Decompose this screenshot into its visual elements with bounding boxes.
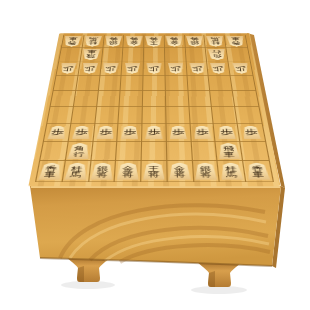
board-cell[interactable] xyxy=(212,107,238,124)
board-cell[interactable]: 金将 xyxy=(124,35,145,48)
piece-kanji: 歩 xyxy=(127,66,139,71)
board-cell[interactable]: 歩 xyxy=(44,124,71,142)
piece-kanji: 歩 xyxy=(172,129,185,135)
board-cell[interactable]: 歩 xyxy=(229,61,253,75)
piece-kanji: 銀将 xyxy=(190,37,200,45)
piece-pawn-sente[interactable]: 歩 xyxy=(145,125,162,139)
board-front-face xyxy=(30,186,281,266)
board-cell[interactable] xyxy=(233,91,258,107)
board-cell[interactable] xyxy=(189,107,214,124)
piece-bishop-sente[interactable]: 角行 xyxy=(67,143,90,159)
board-cell[interactable] xyxy=(76,76,100,91)
board-cell[interactable]: 銀将 xyxy=(193,161,221,182)
piece-kanji: 歩 xyxy=(196,129,209,135)
piece-kanji: 銀将 xyxy=(199,164,211,178)
piece-kanji: 歩 xyxy=(99,129,112,135)
piece-gold-gote[interactable]: 金将 xyxy=(125,36,142,47)
board-cell[interactable] xyxy=(185,48,207,61)
board-cell[interactable]: 歩 xyxy=(122,61,144,75)
piece-kanji: 王将 xyxy=(148,164,159,178)
board-cell[interactable]: 飛車 xyxy=(216,142,243,161)
piece-kanji: 歩 xyxy=(244,129,258,135)
board-cell[interactable] xyxy=(40,142,68,161)
piece-kanji: 桂馬 xyxy=(88,37,98,45)
piece-king-gote[interactable]: 玉将 xyxy=(145,36,162,47)
board-cell[interactable]: 香車 xyxy=(36,161,65,182)
piece-pawn-gote[interactable]: 歩 xyxy=(81,63,97,74)
piece-pawn-gote[interactable]: 歩 xyxy=(210,63,226,74)
piece-pawn-gote[interactable]: 歩 xyxy=(168,63,184,74)
board-cell[interactable] xyxy=(120,91,143,107)
board-cell[interactable] xyxy=(167,142,193,161)
board-cell[interactable]: 桂馬 xyxy=(63,161,91,182)
piece-lance-gote[interactable]: 香車 xyxy=(63,36,82,47)
shogi-board-photo: 香車桂馬銀将金将玉将金将銀将桂馬香車飛車角行歩歩歩歩歩歩歩歩歩歩歩歩歩歩歩歩歩歩… xyxy=(0,0,310,310)
piece-kanji: 金将 xyxy=(170,37,179,45)
piece-kanji: 銀将 xyxy=(96,164,109,178)
piece-kanji: 歩 xyxy=(123,129,136,135)
board-cell[interactable]: 桂馬 xyxy=(218,161,246,182)
piece-pawn-gote[interactable]: 歩 xyxy=(232,63,249,74)
piece-knight-gote[interactable]: 桂馬 xyxy=(206,36,224,47)
board-cell[interactable] xyxy=(143,91,166,107)
piece-pawn-sente[interactable]: 歩 xyxy=(217,125,236,139)
shogi-board-grid: 香車桂馬銀将金将玉将金将銀将桂馬香車飛車角行歩歩歩歩歩歩歩歩歩歩歩歩歩歩歩歩歩歩… xyxy=(35,35,274,182)
board-cell[interactable] xyxy=(71,107,97,124)
board-cell[interactable] xyxy=(47,107,73,124)
piece-kanji: 香車 xyxy=(68,37,78,45)
board-cell[interactable] xyxy=(98,76,121,91)
piece-kanji: 歩 xyxy=(234,66,246,71)
board-leg-right-shade xyxy=(208,271,215,287)
board-cell[interactable] xyxy=(188,91,212,107)
board-cell[interactable] xyxy=(119,107,143,124)
board-cell[interactable]: 香車 xyxy=(62,35,84,48)
board-cell[interactable]: 金将 xyxy=(167,161,194,182)
piece-king-sente[interactable]: 王将 xyxy=(143,162,165,179)
piece-kanji: 玉将 xyxy=(150,37,159,45)
piece-kanji: 歩 xyxy=(220,129,234,135)
board-cell[interactable] xyxy=(74,91,99,107)
piece-kanji: 桂馬 xyxy=(210,37,220,45)
board-cell[interactable]: 金将 xyxy=(115,161,142,182)
board-cell[interactable]: 歩 xyxy=(238,124,265,142)
piece-kanji: 歩 xyxy=(148,129,161,135)
piece-gold-gote[interactable]: 金将 xyxy=(166,36,183,47)
piece-lance-gote[interactable]: 香車 xyxy=(227,36,246,47)
board-cell[interactable] xyxy=(166,91,189,107)
piece-kanji: 香車 xyxy=(231,37,241,45)
piece-silver-gote[interactable]: 銀将 xyxy=(186,36,204,47)
piece-rook-sente[interactable]: 飛車 xyxy=(218,143,241,159)
board-cell[interactable] xyxy=(187,76,210,91)
board-cell[interactable] xyxy=(51,91,76,107)
piece-pawn-gote[interactable]: 歩 xyxy=(125,63,141,74)
piece-kanji: 金将 xyxy=(174,164,186,178)
piece-kanji: 歩 xyxy=(148,66,159,71)
board-cell[interactable]: 歩 xyxy=(118,124,143,142)
piece-kanji: 歩 xyxy=(50,129,64,135)
piece-pawn-sente[interactable]: 歩 xyxy=(121,125,139,139)
piece-kanji: 歩 xyxy=(191,66,203,71)
board-cell[interactable] xyxy=(91,142,118,161)
piece-pawn-sente[interactable]: 歩 xyxy=(96,125,114,139)
piece-knight-gote[interactable]: 桂馬 xyxy=(84,36,102,47)
piece-kanji: 歩 xyxy=(75,129,89,135)
board-cell[interactable]: 歩 xyxy=(68,124,95,142)
board-cell[interactable]: 香車 xyxy=(243,161,272,182)
piece-pawn-sente[interactable]: 歩 xyxy=(193,125,211,139)
board-cell[interactable] xyxy=(123,48,144,61)
board-cell[interactable]: 歩 xyxy=(190,124,216,142)
piece-lance-sente[interactable]: 香車 xyxy=(38,162,63,179)
board-cell[interactable] xyxy=(166,107,190,124)
board-cell[interactable]: 歩 xyxy=(166,124,191,142)
board-cell[interactable] xyxy=(191,142,218,161)
board-cell[interactable] xyxy=(165,48,186,61)
board-cell[interactable]: 歩 xyxy=(78,61,101,75)
board-cell[interactable]: 歩 xyxy=(186,61,209,75)
piece-silver-sente[interactable]: 銀将 xyxy=(91,162,114,179)
piece-kanji: 金将 xyxy=(129,37,138,45)
board-cell[interactable]: 王将 xyxy=(141,161,167,182)
piece-knight-sente[interactable]: 桂馬 xyxy=(220,162,244,179)
piece-kanji: 角行 xyxy=(73,145,86,158)
board-cell[interactable] xyxy=(143,107,167,124)
board-leg-left-shade xyxy=(77,266,84,282)
piece-silver-gote[interactable]: 銀将 xyxy=(104,36,122,47)
board-cell[interactable] xyxy=(95,107,120,124)
leg-shadow-right xyxy=(191,286,247,294)
board-cell[interactable] xyxy=(97,91,121,107)
piece-kanji: 香車 xyxy=(44,164,58,178)
board-cell[interactable] xyxy=(144,48,165,61)
piece-rook-gote[interactable]: 飛車 xyxy=(82,49,101,60)
board-cell[interactable]: 銀将 xyxy=(89,161,117,182)
piece-knight-sente[interactable]: 桂馬 xyxy=(64,162,88,179)
board-cell[interactable] xyxy=(165,76,188,91)
board-cell[interactable] xyxy=(211,91,236,107)
board-cell[interactable]: 香車 xyxy=(225,35,248,48)
board-cell[interactable]: 桂馬 xyxy=(205,35,227,48)
board-cell[interactable] xyxy=(54,76,79,91)
board-cell[interactable]: 銀将 xyxy=(185,35,206,48)
piece-bishop-gote[interactable]: 角行 xyxy=(207,49,226,60)
board-top-surface: 香車桂馬銀将金将玉将金将銀将桂馬香車飛車角行歩歩歩歩歩歩歩歩歩歩歩歩歩歩歩歩歩歩… xyxy=(28,33,280,186)
board-cell[interactable]: 歩 xyxy=(214,124,241,142)
piece-kanji: 飛車 xyxy=(86,50,96,59)
board-cell[interactable] xyxy=(116,142,142,161)
board-cell[interactable]: 飛車 xyxy=(80,48,103,61)
board-cell[interactable]: 歩 xyxy=(93,124,119,142)
leg-shadow-left xyxy=(61,281,115,289)
board-cell[interactable] xyxy=(209,76,233,91)
piece-kanji: 金将 xyxy=(122,164,134,178)
piece-silver-sente[interactable]: 銀将 xyxy=(194,162,217,179)
piece-kanji: 歩 xyxy=(170,66,182,71)
piece-lance-sente[interactable]: 香車 xyxy=(246,162,270,179)
board-cell[interactable]: 歩 xyxy=(207,61,230,75)
piece-kanji: 歩 xyxy=(105,66,117,71)
board-cell[interactable]: 歩 xyxy=(165,61,187,75)
board-cell[interactable]: 玉将 xyxy=(144,35,165,48)
board-top-wood: 香車桂馬銀将金将玉将金将銀将桂馬香車飛車角行歩歩歩歩歩歩歩歩歩歩歩歩歩歩歩歩歩歩… xyxy=(28,33,280,186)
board-cell[interactable]: 歩 xyxy=(56,61,80,75)
piece-kanji: 桂馬 xyxy=(225,164,238,178)
piece-gold-sente[interactable]: 金将 xyxy=(117,162,139,179)
board-cell[interactable]: 歩 xyxy=(100,61,123,75)
board-cell[interactable]: 桂馬 xyxy=(82,35,104,48)
piece-pawn-gote[interactable]: 歩 xyxy=(146,63,161,74)
piece-pawn-sente[interactable]: 歩 xyxy=(169,125,187,139)
board-cell[interactable] xyxy=(142,142,167,161)
piece-kanji: 桂馬 xyxy=(70,164,83,178)
piece-kanji: 歩 xyxy=(62,66,74,71)
board-cell[interactable] xyxy=(121,76,144,91)
piece-kanji: 歩 xyxy=(212,66,224,71)
board-cell[interactable] xyxy=(102,48,124,61)
board-cell[interactable]: 銀将 xyxy=(103,35,124,48)
board-cell[interactable] xyxy=(231,76,256,91)
board-cell[interactable]: 歩 xyxy=(142,124,167,142)
board-cell[interactable] xyxy=(235,107,261,124)
board-cell[interactable]: 金将 xyxy=(165,35,186,48)
piece-kanji: 歩 xyxy=(84,66,96,71)
board-leg-right xyxy=(197,262,242,287)
board-cell[interactable]: 角行 xyxy=(66,142,93,161)
board-cell[interactable] xyxy=(227,48,250,61)
board-cell[interactable] xyxy=(59,48,82,61)
board-cell[interactable]: 角行 xyxy=(206,48,229,61)
piece-gold-sente[interactable]: 金将 xyxy=(169,162,191,179)
piece-pawn-gote[interactable]: 歩 xyxy=(189,63,205,74)
piece-pawn-sente[interactable]: 歩 xyxy=(72,125,91,139)
piece-pawn-sente[interactable]: 歩 xyxy=(47,125,66,139)
piece-kanji: 銀将 xyxy=(109,37,119,45)
piece-pawn-sente[interactable]: 歩 xyxy=(242,125,261,139)
piece-kanji: 香車 xyxy=(251,164,265,178)
board-cell[interactable] xyxy=(241,142,269,161)
piece-kanji: 飛車 xyxy=(223,145,236,158)
board-cell[interactable] xyxy=(143,76,165,91)
board-cell[interactable]: 歩 xyxy=(144,61,166,75)
piece-kanji: 角行 xyxy=(212,50,222,59)
piece-pawn-gote[interactable]: 歩 xyxy=(60,63,77,74)
piece-pawn-gote[interactable]: 歩 xyxy=(103,63,119,74)
